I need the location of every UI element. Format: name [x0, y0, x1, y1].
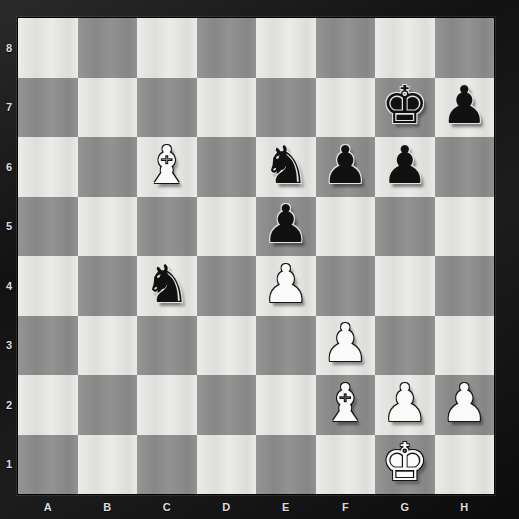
file-label-e: E [256, 494, 316, 519]
square-h6[interactable] [435, 137, 495, 197]
square-h3[interactable] [435, 316, 495, 376]
square-f4[interactable] [316, 256, 376, 316]
square-b1[interactable] [78, 435, 138, 495]
file-labels: ABCDEFGH [18, 494, 494, 519]
square-d8[interactable] [197, 18, 257, 78]
square-a2[interactable] [18, 375, 78, 435]
square-e3[interactable] [256, 316, 316, 376]
black-knight-c4[interactable]: ♞ [143, 258, 190, 310]
square-b4[interactable] [78, 256, 138, 316]
white-pawn-f3[interactable]: ♟ [322, 317, 369, 369]
square-c1[interactable] [137, 435, 197, 495]
square-c2[interactable] [137, 375, 197, 435]
square-h2[interactable]: ♟ [435, 375, 495, 435]
square-h4[interactable] [435, 256, 495, 316]
square-c7[interactable] [137, 78, 197, 138]
square-c3[interactable] [137, 316, 197, 376]
square-f3[interactable]: ♟ [316, 316, 376, 376]
board-frame: 87654321 ♚♟♝♞♟♟♟♞♟♟♝♟♟♚ ABCDEFGH [0, 0, 519, 519]
square-a4[interactable] [18, 256, 78, 316]
square-d7[interactable] [197, 78, 257, 138]
black-pawn-f6[interactable]: ♟ [322, 139, 369, 191]
white-bishop-f2[interactable]: ♝ [322, 377, 369, 429]
file-label-b: B [78, 494, 138, 519]
rank-label-5: 5 [0, 197, 18, 257]
board: ♚♟♝♞♟♟♟♞♟♟♝♟♟♚ [18, 18, 494, 494]
square-e4[interactable]: ♟ [256, 256, 316, 316]
rank-label-4: 4 [0, 256, 18, 316]
square-f8[interactable] [316, 18, 376, 78]
square-e6[interactable]: ♞ [256, 137, 316, 197]
white-pawn-g2[interactable]: ♟ [381, 377, 428, 429]
square-h5[interactable] [435, 197, 495, 257]
rank-label-1: 1 [0, 435, 18, 495]
black-pawn-e5[interactable]: ♟ [262, 198, 309, 250]
square-d5[interactable] [197, 197, 257, 257]
square-a7[interactable] [18, 78, 78, 138]
white-king-g1[interactable]: ♚ [381, 436, 428, 488]
square-b8[interactable] [78, 18, 138, 78]
black-knight-e6[interactable]: ♞ [262, 139, 309, 191]
file-label-d: D [197, 494, 257, 519]
square-b6[interactable] [78, 137, 138, 197]
square-g3[interactable] [375, 316, 435, 376]
file-label-f: F [316, 494, 376, 519]
square-e8[interactable] [256, 18, 316, 78]
square-h8[interactable] [435, 18, 495, 78]
square-f7[interactable] [316, 78, 376, 138]
square-e5[interactable]: ♟ [256, 197, 316, 257]
square-b2[interactable] [78, 375, 138, 435]
black-king-g7[interactable]: ♚ [381, 79, 428, 131]
square-b7[interactable] [78, 78, 138, 138]
square-g7[interactable]: ♚ [375, 78, 435, 138]
square-b3[interactable] [78, 316, 138, 376]
square-d1[interactable] [197, 435, 257, 495]
square-c5[interactable] [137, 197, 197, 257]
square-f2[interactable]: ♝ [316, 375, 376, 435]
rank-label-3: 3 [0, 316, 18, 376]
black-pawn-h7[interactable]: ♟ [441, 79, 488, 131]
black-pawn-g6[interactable]: ♟ [381, 139, 428, 191]
square-a5[interactable] [18, 197, 78, 257]
square-d3[interactable] [197, 316, 257, 376]
rank-label-6: 6 [0, 137, 18, 197]
square-a8[interactable] [18, 18, 78, 78]
square-g2[interactable]: ♟ [375, 375, 435, 435]
square-h1[interactable] [435, 435, 495, 495]
square-b5[interactable] [78, 197, 138, 257]
square-h7[interactable]: ♟ [435, 78, 495, 138]
square-a3[interactable] [18, 316, 78, 376]
file-label-c: C [137, 494, 197, 519]
square-g8[interactable] [375, 18, 435, 78]
white-bishop-c6[interactable]: ♝ [143, 139, 190, 191]
file-label-g: G [375, 494, 435, 519]
square-e2[interactable] [256, 375, 316, 435]
rank-label-2: 2 [0, 375, 18, 435]
square-g4[interactable] [375, 256, 435, 316]
square-g5[interactable] [375, 197, 435, 257]
rank-labels: 87654321 [0, 18, 18, 494]
square-c8[interactable] [137, 18, 197, 78]
rank-label-8: 8 [0, 18, 18, 78]
square-c6[interactable]: ♝ [137, 137, 197, 197]
white-pawn-h2[interactable]: ♟ [441, 377, 488, 429]
square-a1[interactable] [18, 435, 78, 495]
square-e1[interactable] [256, 435, 316, 495]
square-g1[interactable]: ♚ [375, 435, 435, 495]
square-f5[interactable] [316, 197, 376, 257]
square-f6[interactable]: ♟ [316, 137, 376, 197]
square-d2[interactable] [197, 375, 257, 435]
white-pawn-e4[interactable]: ♟ [262, 258, 309, 310]
square-a6[interactable] [18, 137, 78, 197]
square-e7[interactable] [256, 78, 316, 138]
square-d4[interactable] [197, 256, 257, 316]
square-c4[interactable]: ♞ [137, 256, 197, 316]
square-f1[interactable] [316, 435, 376, 495]
square-g6[interactable]: ♟ [375, 137, 435, 197]
rank-label-7: 7 [0, 78, 18, 138]
file-label-h: H [435, 494, 495, 519]
square-d6[interactable] [197, 137, 257, 197]
file-label-a: A [18, 494, 78, 519]
